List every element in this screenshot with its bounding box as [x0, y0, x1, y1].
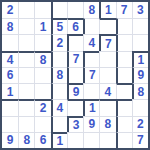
sudoku-cell-r1c4[interactable]	[51, 2, 67, 18]
sudoku-cell-r3c3[interactable]	[34, 34, 50, 50]
given-digit: 4	[56, 102, 63, 114]
sudoku-cell-r2c6[interactable]	[83, 18, 99, 34]
sudoku-cell-r6c4[interactable]	[51, 83, 67, 99]
sudoku-cell-r2c7[interactable]	[99, 18, 115, 34]
sudoku-cell-r4c7[interactable]	[99, 51, 115, 67]
given-digit: 1	[7, 86, 14, 98]
sudoku-cell-r9c6[interactable]	[83, 132, 99, 148]
sudoku-cell-r8c1[interactable]	[2, 116, 18, 132]
sudoku-cell-r8c7[interactable]: 8	[99, 116, 115, 132]
sudoku-cell-r4c3[interactable]: 8	[34, 51, 50, 67]
sudoku-cell-r1c6[interactable]: 8	[83, 2, 99, 18]
given-digit: 8	[56, 69, 63, 81]
sudoku-cell-r7c7[interactable]	[99, 99, 115, 115]
given-digit: 2	[137, 118, 144, 130]
sudoku-cell-r8c2[interactable]	[18, 116, 34, 132]
sudoku-cell-r7c6[interactable]: 1	[83, 99, 99, 115]
given-digit: 5	[56, 21, 63, 33]
sudoku-cell-r5c2[interactable]	[18, 67, 34, 83]
sudoku-cell-r7c9[interactable]	[132, 99, 148, 115]
sudoku-cell-r3c9[interactable]	[132, 34, 148, 50]
sudoku-cell-r4c4[interactable]	[51, 51, 67, 67]
sudoku-cell-r4c5[interactable]: 7	[67, 51, 83, 67]
sudoku-cell-r8c4[interactable]	[51, 116, 67, 132]
given-digit: 9	[88, 118, 95, 130]
sudoku-cell-r7c3[interactable]: 2	[34, 99, 50, 115]
sudoku-cell-r9c9[interactable]: 7	[132, 132, 148, 148]
sudoku-cell-r5c9[interactable]: 9	[132, 67, 148, 83]
given-digit: 6	[7, 69, 14, 81]
sudoku-cell-r1c8[interactable]: 7	[116, 2, 132, 18]
given-digit: 7	[89, 69, 96, 81]
sudoku-cell-r6c7[interactable]: 4	[99, 83, 115, 99]
sudoku-cell-r8c5[interactable]: 3	[67, 116, 83, 132]
sudoku-cell-r9c7[interactable]	[99, 132, 115, 148]
sudoku-cell-r6c8[interactable]	[116, 83, 132, 99]
sudoku-cell-r5c5[interactable]	[67, 67, 83, 83]
sudoku-cell-r1c5[interactable]	[67, 2, 83, 18]
sudoku-cell-r1c1[interactable]: 2	[2, 2, 18, 18]
given-digit: 1	[105, 4, 112, 16]
sudoku-cell-r9c8[interactable]	[116, 132, 132, 148]
given-digit: 4	[88, 37, 95, 49]
given-digit: 9	[7, 134, 14, 146]
sudoku-cell-r2c1[interactable]: 8	[2, 18, 18, 34]
given-digit: 7	[121, 4, 128, 16]
sudoku-cell-r2c4[interactable]: 5	[51, 18, 67, 34]
sudoku-cell-r9c1[interactable]: 9	[2, 132, 18, 148]
given-digit: 8	[138, 86, 145, 98]
sudoku-cell-r2c8[interactable]	[116, 18, 132, 34]
sudoku-cell-r6c6[interactable]	[83, 83, 99, 99]
sudoku-cell-r6c3[interactable]	[34, 83, 50, 99]
given-digit: 2	[7, 4, 14, 16]
sudoku-cell-r9c4[interactable]: 1	[51, 132, 67, 148]
sudoku-cell-r3c2[interactable]	[18, 34, 34, 50]
sudoku-cell-r7c1[interactable]	[2, 99, 18, 115]
given-digit: 9	[138, 69, 145, 81]
given-digit: 2	[40, 102, 47, 114]
sudoku-cell-r6c5[interactable]: 9	[67, 83, 83, 99]
sudoku-cell-r3c6[interactable]: 4	[83, 34, 99, 50]
sudoku-cell-r4c1[interactable]: 4	[2, 51, 18, 67]
sudoku-cell-r8c9[interactable]: 2	[132, 116, 148, 132]
sudoku-cell-r5c8[interactable]	[116, 67, 132, 83]
sudoku-cell-r4c8[interactable]	[116, 51, 132, 67]
given-digit: 1	[138, 54, 145, 66]
sudoku-cell-r7c4[interactable]: 4	[51, 99, 67, 115]
sudoku-cell-r1c7[interactable]: 1	[99, 2, 115, 18]
given-digit: 8	[88, 4, 95, 16]
given-digit: 7	[105, 38, 112, 50]
sudoku-cell-r1c9[interactable]: 3	[132, 2, 148, 18]
sudoku-cell-r9c2[interactable]: 8	[18, 132, 34, 148]
sudoku-cell-r3c8[interactable]	[116, 34, 132, 50]
sudoku-cell-r5c4[interactable]: 8	[51, 67, 67, 83]
sudoku-cell-r7c8[interactable]	[116, 99, 132, 115]
sudoku-cell-r6c2[interactable]	[18, 83, 34, 99]
given-digit: 8	[23, 134, 30, 146]
sudoku-cell-r5c1[interactable]: 6	[2, 67, 18, 83]
sudoku-cell-r4c9[interactable]: 1	[132, 51, 148, 67]
given-digit: 3	[137, 4, 144, 16]
sudoku-cell-r6c9[interactable]: 8	[132, 83, 148, 99]
sudoku-cell-r7c5[interactable]	[67, 99, 83, 115]
given-digit: 7	[137, 134, 144, 146]
sudoku-cell-r9c5[interactable]	[67, 132, 83, 148]
sudoku-cell-r2c2[interactable]	[18, 18, 34, 34]
sudoku-cell-r1c2[interactable]	[18, 2, 34, 18]
sudoku-cell-r3c7[interactable]: 7	[99, 34, 115, 50]
sudoku-cell-r3c4[interactable]: 2	[51, 34, 67, 50]
sudoku-cell-r2c5[interactable]: 6	[67, 18, 83, 34]
given-digit: 4	[105, 86, 112, 98]
given-digit: 1	[40, 21, 47, 33]
sudoku-cell-r3c5[interactable]	[67, 34, 83, 50]
given-digit: 1	[89, 102, 96, 114]
given-digit: 8	[40, 54, 47, 66]
given-digit: 1	[56, 135, 63, 147]
sudoku-cell-r8c3[interactable]	[34, 116, 50, 132]
sudoku-cell-r5c6[interactable]: 7	[83, 67, 99, 83]
sudoku-cell-r4c2[interactable]	[18, 51, 34, 67]
sudoku-cell-r4c6[interactable]	[83, 51, 99, 67]
given-digit: 3	[73, 119, 80, 131]
sudoku-cell-r2c9[interactable]	[132, 18, 148, 34]
given-digit: 4	[7, 54, 14, 66]
sudoku-cell-r5c7[interactable]	[99, 67, 115, 83]
jigsaw-sudoku-board: 281738156247487168791948241398298617	[0, 0, 150, 150]
given-digit: 9	[73, 86, 80, 98]
sudoku-cell-r6c1[interactable]: 1	[2, 83, 18, 99]
sudoku-cell-r3c1[interactable]	[2, 34, 18, 50]
sudoku-cell-r1c3[interactable]	[34, 2, 50, 18]
given-digit: 8	[105, 118, 112, 130]
sudoku-cell-r9c3[interactable]: 6	[34, 132, 50, 148]
given-digit: 2	[56, 37, 63, 49]
sudoku-cell-r8c6[interactable]: 9	[83, 116, 99, 132]
given-digit: 8	[7, 21, 14, 33]
sudoku-cell-r7c2[interactable]	[18, 99, 34, 115]
sudoku-cell-r2c3[interactable]: 1	[34, 18, 50, 34]
given-digit: 6	[40, 134, 47, 146]
sudoku-cell-r8c8[interactable]	[116, 116, 132, 132]
given-digit: 6	[72, 21, 79, 33]
sudoku-cell-r5c3[interactable]	[34, 67, 50, 83]
given-digit: 7	[73, 53, 80, 65]
